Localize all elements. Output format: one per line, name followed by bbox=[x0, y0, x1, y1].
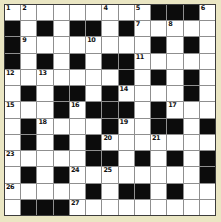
black-cell-r2c6 bbox=[86, 21, 101, 36]
clue-number-20: 20 bbox=[103, 135, 111, 142]
white-cell-r5c11[interactable] bbox=[167, 70, 182, 85]
white-cell-r4c9[interactable]: 11 bbox=[135, 54, 150, 69]
black-cell-r2c3 bbox=[37, 21, 52, 36]
white-cell-r6c9[interactable] bbox=[135, 86, 150, 101]
black-cell-r7c4 bbox=[54, 102, 69, 117]
white-cell-r10c12[interactable] bbox=[184, 151, 199, 166]
white-cell-r9c8[interactable] bbox=[119, 135, 134, 150]
clue-number-27: 27 bbox=[71, 200, 79, 207]
white-cell-r10c3[interactable] bbox=[37, 151, 52, 166]
white-cell-r5c13[interactable] bbox=[200, 70, 215, 85]
black-cell-r5c8 bbox=[119, 70, 134, 85]
white-cell-r13c9[interactable] bbox=[135, 200, 150, 215]
white-cell-r5c1[interactable]: 12 bbox=[5, 70, 20, 85]
white-cell-r8c5[interactable] bbox=[70, 119, 85, 134]
white-cell-r10c2[interactable] bbox=[21, 151, 36, 166]
clue-number-17: 17 bbox=[168, 102, 176, 109]
white-cell-r13c11[interactable] bbox=[167, 200, 182, 215]
white-cell-r1c5[interactable] bbox=[70, 5, 85, 20]
black-cell-r4c8 bbox=[119, 54, 134, 69]
white-cell-r12c2[interactable] bbox=[21, 184, 36, 199]
white-cell-r4c4[interactable] bbox=[54, 54, 69, 69]
clue-number-23: 23 bbox=[6, 151, 14, 158]
clue-number-2: 2 bbox=[22, 5, 26, 12]
white-cell-r13c5[interactable]: 27 bbox=[70, 200, 85, 215]
clue-number-10: 10 bbox=[87, 37, 95, 44]
black-cell-r12c9 bbox=[135, 184, 150, 199]
black-cell-r7c7 bbox=[102, 102, 117, 117]
white-cell-r3c4[interactable] bbox=[54, 37, 69, 52]
white-cell-r13c7[interactable] bbox=[102, 200, 117, 215]
white-cell-r2c9[interactable]: 7 bbox=[135, 21, 150, 36]
white-cell-r12c13[interactable] bbox=[200, 184, 215, 199]
white-cell-r9c7[interactable]: 20 bbox=[102, 135, 117, 150]
white-cell-r3c5[interactable] bbox=[70, 37, 85, 52]
white-cell-r9c10[interactable]: 21 bbox=[151, 135, 166, 150]
white-cell-r2c7[interactable] bbox=[102, 21, 117, 36]
white-cell-r11c1[interactable] bbox=[5, 167, 20, 182]
white-cell-r4c12[interactable] bbox=[184, 54, 199, 69]
white-cell-r2c2[interactable] bbox=[21, 21, 36, 36]
white-cell-r13c10[interactable] bbox=[151, 200, 166, 215]
black-cell-r6c2 bbox=[21, 86, 36, 101]
black-cell-r10c13 bbox=[200, 151, 215, 166]
black-cell-r12c11 bbox=[167, 184, 182, 199]
white-cell-r3c6[interactable]: 10 bbox=[86, 37, 101, 52]
white-cell-r6c13[interactable] bbox=[200, 86, 215, 101]
white-cell-r5c7[interactable] bbox=[102, 70, 117, 85]
black-cell-r5c12 bbox=[184, 70, 199, 85]
clue-number-7: 7 bbox=[136, 21, 140, 28]
white-cell-r1c9[interactable]: 5 bbox=[135, 5, 150, 20]
black-cell-r3c1 bbox=[5, 37, 20, 52]
white-cell-r5c4[interactable] bbox=[54, 70, 69, 85]
white-cell-r6c10[interactable] bbox=[151, 86, 166, 101]
black-cell-r9c4 bbox=[54, 135, 69, 150]
white-cell-r4c2[interactable] bbox=[21, 54, 36, 69]
white-cell-r3c2[interactable]: 9 bbox=[21, 37, 36, 52]
black-cell-r6c4 bbox=[54, 86, 69, 101]
white-cell-r12c7[interactable] bbox=[102, 184, 117, 199]
white-cell-r4c10[interactable] bbox=[151, 54, 166, 69]
white-cell-r12c4[interactable] bbox=[54, 184, 69, 199]
black-cell-r10c7 bbox=[102, 151, 117, 166]
white-cell-r5c5[interactable] bbox=[70, 70, 85, 85]
black-cell-r7c10 bbox=[151, 102, 166, 117]
black-cell-r9c6 bbox=[86, 135, 101, 150]
white-cell-r2c12[interactable] bbox=[184, 21, 199, 36]
white-cell-r8c9[interactable] bbox=[135, 119, 150, 134]
white-cell-r13c13[interactable] bbox=[200, 200, 215, 215]
black-cell-r12c6 bbox=[86, 184, 101, 199]
white-cell-r8c4[interactable] bbox=[54, 119, 69, 134]
clue-number-24: 24 bbox=[71, 167, 79, 174]
clue-number-15: 15 bbox=[6, 102, 14, 109]
white-cell-r12c5[interactable] bbox=[70, 184, 85, 199]
white-cell-r11c7[interactable]: 25 bbox=[102, 167, 117, 182]
white-cell-r9c3[interactable] bbox=[37, 135, 52, 150]
white-cell-r1c3[interactable] bbox=[37, 5, 52, 20]
white-cell-r3c7[interactable] bbox=[102, 37, 117, 52]
white-cell-r5c6[interactable] bbox=[86, 70, 101, 85]
clue-number-14: 14 bbox=[120, 86, 128, 93]
black-cell-r4c5 bbox=[70, 54, 85, 69]
white-cell-r9c11[interactable] bbox=[167, 135, 182, 150]
white-cell-r1c1[interactable]: 1 bbox=[5, 5, 20, 20]
black-cell-r3c12 bbox=[184, 37, 199, 52]
white-cell-r10c5[interactable] bbox=[70, 151, 85, 166]
white-cell-r1c4[interactable] bbox=[54, 5, 69, 20]
clue-number-13: 13 bbox=[38, 70, 46, 77]
black-cell-r13c3 bbox=[37, 200, 52, 215]
white-cell-r13c12[interactable] bbox=[184, 200, 199, 215]
black-cell-r10c11 bbox=[167, 151, 182, 166]
black-cell-r6c12 bbox=[184, 86, 199, 101]
black-cell-r7c8 bbox=[119, 102, 134, 117]
black-cell-r7c6 bbox=[86, 102, 101, 117]
white-cell-r3c13[interactable] bbox=[200, 37, 215, 52]
white-cell-r11c11[interactable] bbox=[167, 167, 182, 182]
black-cell-r8c7 bbox=[102, 119, 117, 134]
clue-number-19: 19 bbox=[120, 119, 128, 126]
white-cell-r13c8[interactable] bbox=[119, 200, 134, 215]
white-cell-r13c6[interactable] bbox=[86, 200, 101, 215]
black-cell-r11c4 bbox=[54, 167, 69, 182]
white-cell-r11c3[interactable] bbox=[37, 167, 52, 182]
black-cell-r8c13 bbox=[200, 119, 215, 134]
clue-number-4: 4 bbox=[103, 5, 107, 12]
white-cell-r7c13[interactable] bbox=[200, 102, 215, 117]
black-cell-r5c10 bbox=[151, 70, 166, 85]
clue-number-18: 18 bbox=[38, 119, 46, 126]
white-cell-r8c1[interactable] bbox=[5, 119, 20, 134]
black-cell-r3c10 bbox=[151, 37, 166, 52]
white-cell-r7c9[interactable] bbox=[135, 102, 150, 117]
white-cell-r9c9[interactable] bbox=[135, 135, 150, 150]
black-cell-r2c5 bbox=[70, 21, 85, 36]
white-cell-r8c3[interactable]: 18 bbox=[37, 119, 52, 134]
white-cell-r12c1[interactable]: 26 bbox=[5, 184, 20, 199]
white-cell-r7c1[interactable]: 15 bbox=[5, 102, 20, 117]
black-cell-r13c2 bbox=[21, 200, 36, 215]
clue-number-9: 9 bbox=[22, 37, 26, 44]
white-cell-r2c10[interactable] bbox=[151, 21, 166, 36]
black-cell-r12c8 bbox=[119, 184, 134, 199]
white-cell-r6c6[interactable] bbox=[86, 86, 101, 101]
black-cell-r4c7 bbox=[102, 54, 117, 69]
black-cell-r6c5 bbox=[70, 86, 85, 101]
clue-number-25: 25 bbox=[103, 167, 111, 174]
black-cell-r4c1 bbox=[5, 54, 20, 69]
white-cell-r10c1[interactable]: 23 bbox=[5, 151, 20, 166]
white-cell-r3c8[interactable] bbox=[119, 37, 134, 52]
black-cell-r2c1 bbox=[5, 21, 20, 36]
white-cell-r9c5[interactable] bbox=[70, 135, 85, 150]
black-cell-r10c6 bbox=[86, 151, 101, 166]
clue-number-11: 11 bbox=[136, 54, 144, 61]
white-cell-r11c5[interactable]: 24 bbox=[70, 167, 85, 182]
white-cell-r3c9[interactable] bbox=[135, 37, 150, 52]
black-cell-r2c8 bbox=[119, 21, 134, 36]
white-cell-r11c10[interactable] bbox=[151, 167, 166, 182]
white-cell-r11c8[interactable] bbox=[119, 167, 134, 182]
white-cell-r9c1[interactable] bbox=[5, 135, 20, 150]
white-cell-r3c11[interactable] bbox=[167, 37, 182, 52]
white-cell-r9c13[interactable] bbox=[200, 135, 215, 150]
white-cell-r6c3[interactable] bbox=[37, 86, 52, 101]
white-cell-r12c12[interactable] bbox=[184, 184, 199, 199]
black-cell-r4c3 bbox=[37, 54, 52, 69]
black-cell-r8c10 bbox=[151, 119, 166, 134]
white-cell-r7c2[interactable] bbox=[21, 102, 36, 117]
clue-number-21: 21 bbox=[152, 135, 160, 142]
white-cell-r1c6[interactable] bbox=[86, 5, 101, 20]
clue-number-8: 8 bbox=[168, 21, 172, 28]
black-cell-r8c11 bbox=[167, 119, 182, 134]
white-cell-r11c12[interactable] bbox=[184, 167, 199, 182]
crossword-grid: 1245678910111213141516171819202123242526… bbox=[4, 4, 216, 216]
white-cell-r10c10[interactable] bbox=[151, 151, 166, 166]
white-cell-r11c9[interactable] bbox=[135, 167, 150, 182]
black-cell-r11c13 bbox=[200, 167, 215, 182]
white-cell-r6c1[interactable] bbox=[5, 86, 20, 101]
white-cell-r4c11[interactable] bbox=[167, 54, 182, 69]
clue-number-16: 16 bbox=[71, 102, 79, 109]
white-cell-r1c13[interactable]: 6 bbox=[200, 5, 215, 20]
white-cell-r12c3[interactable] bbox=[37, 184, 52, 199]
clue-number-26: 26 bbox=[6, 184, 14, 191]
white-cell-r1c7[interactable]: 4 bbox=[102, 5, 117, 20]
white-cell-r4c6[interactable] bbox=[86, 54, 101, 69]
white-cell-r4c13[interactable] bbox=[200, 54, 215, 69]
white-cell-r6c8[interactable]: 14 bbox=[119, 86, 134, 101]
white-cell-r7c3[interactable] bbox=[37, 102, 52, 117]
black-cell-r1c11 bbox=[167, 5, 182, 20]
white-cell-r6c11[interactable] bbox=[167, 86, 182, 101]
white-cell-r5c3[interactable]: 13 bbox=[37, 70, 52, 85]
black-cell-r13c4 bbox=[54, 200, 69, 215]
white-cell-r8c8[interactable]: 19 bbox=[119, 119, 134, 134]
black-cell-r6c7 bbox=[102, 86, 117, 101]
black-cell-r11c2 bbox=[21, 167, 36, 182]
white-cell-r7c5[interactable]: 16 bbox=[70, 102, 85, 117]
white-cell-r5c2[interactable] bbox=[21, 70, 36, 85]
white-cell-r7c12[interactable] bbox=[184, 102, 199, 117]
white-cell-r11c6[interactable] bbox=[86, 167, 101, 182]
white-cell-r10c4[interactable] bbox=[54, 151, 69, 166]
clue-number-1: 1 bbox=[6, 5, 10, 12]
white-cell-r2c4[interactable] bbox=[54, 21, 69, 36]
clue-number-12: 12 bbox=[6, 70, 14, 77]
white-cell-r9c12[interactable] bbox=[184, 135, 199, 150]
white-cell-r13c1[interactable] bbox=[5, 200, 20, 215]
white-cell-r12c10[interactable] bbox=[151, 184, 166, 199]
black-cell-r10c9 bbox=[135, 151, 150, 166]
white-cell-r2c13[interactable] bbox=[200, 21, 215, 36]
white-cell-r1c8[interactable] bbox=[119, 5, 134, 20]
white-cell-r5c9[interactable] bbox=[135, 70, 150, 85]
white-cell-r8c12[interactable] bbox=[184, 119, 199, 134]
white-cell-r10c8[interactable] bbox=[119, 151, 134, 166]
white-cell-r3c3[interactable] bbox=[37, 37, 52, 52]
white-cell-r2c11[interactable]: 8 bbox=[167, 21, 182, 36]
black-cell-r1c10 bbox=[151, 5, 166, 20]
white-cell-r7c11[interactable]: 17 bbox=[167, 102, 182, 117]
black-cell-r8c2 bbox=[21, 119, 36, 134]
clue-number-6: 6 bbox=[201, 5, 205, 12]
white-cell-r1c2[interactable]: 2 bbox=[21, 5, 36, 20]
clue-number-5: 5 bbox=[136, 5, 140, 12]
white-cell-r8c6[interactable] bbox=[86, 119, 101, 134]
crossword-page: 1245678910111213141516171819202123242526… bbox=[0, 0, 221, 222]
black-cell-r9c2 bbox=[21, 135, 36, 150]
black-cell-r1c12 bbox=[184, 5, 199, 20]
